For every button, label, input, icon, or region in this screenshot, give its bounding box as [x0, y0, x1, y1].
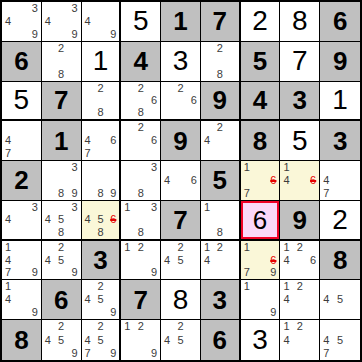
empty-candidate-slot: [45, 321, 56, 334]
given-digit: 3: [213, 287, 227, 313]
given-digit: 3: [333, 128, 347, 154]
empty-candidate-slot: [204, 266, 215, 278]
cell-r5c1[interactable]: 2: [2, 161, 42, 201]
empty-candidate-slot: [45, 162, 56, 174]
empty-candidate-slot: [16, 294, 27, 306]
empty-candidate-slot: [45, 346, 56, 359]
empty-candidate-slot: [5, 122, 16, 134]
candidate-5: 5: [56, 214, 67, 226]
sudoku-board: 3493494951728662814328579572826826943147…: [0, 0, 362, 362]
empty-candidate-slot: [5, 226, 16, 238]
given-digit: 5: [213, 167, 227, 193]
empty-candidate-slot: [135, 174, 146, 186]
candidate-4: 4: [323, 174, 334, 186]
cell-r3c1[interactable]: 5: [2, 82, 42, 122]
candidate-7: 7: [85, 346, 96, 359]
cell-r2c5[interactable]: 3: [161, 42, 201, 82]
empty-candidate-slot: [334, 346, 345, 359]
empty-candidate-slot: [305, 187, 316, 199]
empty-candidate-slot: [244, 294, 255, 306]
cell-r4c9[interactable]: 3: [320, 121, 360, 161]
cell-r2c1[interactable]: 6: [2, 42, 42, 82]
candidate-grid: 18: [201, 201, 239, 239]
cell-r7c4[interactable]: 129: [121, 241, 161, 281]
empty-candidate-slot: [16, 3, 27, 15]
cell-r4c4[interactable]: 26: [121, 121, 161, 161]
empty-candidate-slot: [85, 174, 96, 186]
empty-candidate-slot: [164, 346, 175, 359]
candidate-8: 8: [135, 106, 146, 118]
empty-candidate-slot: [305, 346, 316, 359]
cell-r1c9[interactable]: 6: [320, 2, 360, 42]
empty-candidate-slot: [16, 122, 27, 134]
cell-r1c6[interactable]: 7: [201, 2, 241, 42]
cell-r3c3[interactable]: 28: [82, 82, 122, 122]
empty-candidate-slot: [124, 83, 135, 95]
empty-candidate-slot: [175, 266, 186, 278]
empty-candidate-slot: [186, 321, 197, 334]
solved-digit: 2: [332, 206, 348, 234]
candidate-9: 9: [67, 266, 78, 278]
empty-candidate-slot: [186, 254, 197, 266]
empty-candidate-slot: [146, 214, 157, 226]
empty-candidate-slot: [27, 15, 38, 27]
empty-candidate-slot: [164, 162, 175, 174]
empty-candidate-slot: [255, 187, 266, 199]
empty-candidate-slot: [56, 162, 67, 174]
candidate-grid: 24: [201, 121, 239, 160]
empty-candidate-slot: [16, 254, 27, 266]
cell-r8c3[interactable]: 2459: [82, 280, 122, 320]
empty-candidate-slot: [175, 187, 186, 199]
candidate-9: 9: [67, 187, 78, 199]
candidate-8: 8: [56, 67, 67, 79]
cell-r4c5[interactable]: 9: [161, 121, 201, 161]
candidate-4: 4: [5, 135, 16, 147]
empty-candidate-slot: [334, 281, 345, 293]
given-digit: 9: [293, 207, 307, 233]
candidate-1: 1: [204, 202, 215, 214]
empty-candidate-slot: [56, 202, 67, 214]
candidate-grid: 28: [201, 42, 239, 81]
cell-r9c4[interactable]: 129: [121, 320, 161, 360]
candidate-grid: 124: [280, 280, 319, 319]
cell-r3c9[interactable]: 1: [320, 82, 360, 122]
candidate-9: 9: [146, 346, 157, 359]
cell-r4c2[interactable]: 1: [42, 121, 82, 161]
empty-candidate-slot: [56, 3, 67, 15]
candidate-grid: 268: [121, 82, 160, 120]
cell-r1c5[interactable]: 1: [161, 2, 201, 42]
empty-candidate-slot: [124, 162, 135, 174]
empty-candidate-slot: [294, 266, 305, 278]
empty-candidate-slot: [305, 281, 316, 293]
cell-r2c6[interactable]: 28: [201, 42, 241, 82]
empty-candidate-slot: [346, 346, 357, 359]
empty-candidate-slot: [294, 294, 305, 306]
empty-candidate-slot: [95, 174, 106, 186]
candidate-2: 2: [175, 83, 186, 95]
candidate-8: 8: [95, 187, 106, 199]
empty-candidate-slot: [106, 334, 117, 347]
candidate-8: 8: [214, 67, 225, 79]
empty-candidate-slot: [204, 214, 215, 226]
cell-r9c8[interactable]: 124: [280, 320, 320, 360]
empty-candidate-slot: [27, 147, 38, 159]
cell-r7c6[interactable]: 124: [201, 241, 241, 281]
empty-candidate-slot: [346, 321, 357, 334]
empty-candidate-slot: [85, 306, 96, 318]
candidate-5: 5: [95, 214, 106, 226]
cell-r6c3[interactable]: 4568: [82, 201, 122, 241]
solved-digit: 5: [292, 127, 308, 155]
candidate-4: 4: [85, 334, 96, 347]
empty-candidate-slot: [294, 334, 305, 347]
cell-r5c3[interactable]: 89: [82, 161, 122, 201]
candidate-9: 9: [106, 187, 117, 199]
cell-r8c2[interactable]: 6: [42, 280, 82, 320]
candidate-grid: 28: [82, 82, 120, 120]
empty-candidate-slot: [204, 67, 215, 79]
cell-r7c3[interactable]: 3: [82, 241, 122, 281]
empty-candidate-slot: [95, 306, 106, 318]
empty-candidate-slot: [294, 187, 305, 199]
cell-r9c6[interactable]: 6: [201, 320, 241, 360]
cell-r4c7[interactable]: 8: [241, 121, 281, 161]
cell-r7c2[interactable]: 2459: [42, 241, 82, 281]
cell-r5c4[interactable]: 38: [121, 161, 161, 201]
empty-candidate-slot: [27, 242, 38, 254]
empty-candidate-slot: [67, 214, 78, 226]
candidate-4: 4: [85, 214, 96, 226]
given-digit: 7: [173, 207, 187, 233]
candidate-grid: 167: [241, 161, 280, 200]
candidate-5: 5: [334, 334, 345, 347]
empty-candidate-slot: [305, 294, 316, 306]
empty-candidate-slot: [85, 162, 96, 174]
empty-candidate-slot: [27, 226, 38, 238]
cell-r8c8[interactable]: 124: [280, 280, 320, 320]
empty-candidate-slot: [124, 226, 135, 238]
candidate-4: 4: [164, 334, 175, 347]
cell-r9c3[interactable]: 24579: [82, 320, 122, 360]
candidate-4: 4: [5, 254, 16, 266]
candidate-1: 1: [283, 162, 294, 174]
candidate-9: 9: [106, 28, 117, 40]
cell-r6c4[interactable]: 138: [121, 201, 161, 241]
candidate-grid: 138: [121, 201, 160, 239]
empty-candidate-slot: [283, 306, 294, 318]
cell-r1c1[interactable]: 349: [2, 2, 42, 42]
candidate-5: 5: [334, 294, 345, 306]
empty-candidate-slot: [186, 106, 197, 118]
candidate-grid: 49: [82, 2, 120, 41]
candidate-2: 2: [214, 242, 225, 254]
cell-r3c6[interactable]: 9: [201, 82, 241, 122]
empty-candidate-slot: [85, 202, 96, 214]
cell-r1c4[interactable]: 5: [121, 2, 161, 42]
empty-candidate-slot: [56, 28, 67, 40]
eliminated-candidate-6: 6: [266, 254, 277, 266]
empty-candidate-slot: [255, 281, 266, 293]
candidate-4: 4: [5, 214, 16, 226]
given-digit: 7: [133, 287, 147, 313]
cell-r4c6[interactable]: 24: [201, 121, 241, 161]
cell-r2c2[interactable]: 28: [42, 42, 82, 82]
empty-candidate-slot: [146, 254, 157, 266]
eliminated-candidate-6: 6: [266, 174, 277, 186]
candidate-grid: 1679: [241, 241, 280, 280]
empty-candidate-slot: [45, 187, 56, 199]
empty-candidate-slot: [67, 15, 78, 27]
empty-candidate-slot: [45, 242, 56, 254]
cell-r6c6[interactable]: 18: [201, 201, 241, 241]
cell-r7c1[interactable]: 1479: [2, 241, 42, 281]
empty-candidate-slot: [106, 321, 117, 334]
empty-candidate-slot: [323, 162, 334, 174]
candidate-1: 1: [124, 242, 135, 254]
empty-candidate-slot: [204, 226, 215, 238]
empty-candidate-slot: [305, 334, 316, 347]
empty-candidate-slot: [214, 266, 225, 278]
empty-candidate-slot: [244, 254, 255, 266]
candidate-2: 2: [135, 122, 146, 134]
empty-candidate-slot: [146, 242, 157, 254]
candidate-9: 9: [106, 346, 117, 359]
empty-candidate-slot: [186, 162, 197, 174]
cell-r9c1[interactable]: 8: [2, 320, 42, 360]
cell-r2c4[interactable]: 4: [121, 42, 161, 82]
cell-r7c9[interactable]: 8: [320, 241, 360, 281]
empty-candidate-slot: [346, 306, 357, 318]
empty-candidate-slot: [294, 162, 305, 174]
empty-candidate-slot: [5, 28, 16, 40]
candidate-3: 3: [146, 202, 157, 214]
empty-candidate-slot: [56, 266, 67, 278]
empty-candidate-slot: [266, 281, 277, 293]
given-digit: 5: [253, 48, 267, 74]
empty-candidate-slot: [106, 83, 117, 95]
empty-candidate-slot: [135, 147, 146, 159]
cell-r8c6[interactable]: 3: [201, 280, 241, 320]
candidate-5: 5: [175, 254, 186, 266]
candidate-8: 8: [56, 187, 67, 199]
solved-digit: 1: [93, 47, 109, 75]
empty-candidate-slot: [45, 174, 56, 186]
candidate-4: 4: [323, 334, 334, 347]
cell-r6c5[interactable]: 7: [161, 201, 201, 241]
candidate-grid: 149: [2, 280, 41, 319]
cell-r4c1[interactable]: 47: [2, 121, 42, 161]
cell-r9c9[interactable]: 457: [320, 320, 360, 360]
empty-candidate-slot: [67, 242, 78, 254]
cell-r7c5[interactable]: 245: [161, 241, 201, 281]
empty-candidate-slot: [225, 43, 236, 55]
cell-r7c8[interactable]: 1246: [280, 241, 320, 281]
candidate-9: 9: [266, 266, 277, 278]
cell-r6c2[interactable]: 3458: [42, 201, 82, 241]
empty-candidate-slot: [106, 106, 117, 118]
cell-r5c5[interactable]: 46: [161, 161, 201, 201]
cell-r1c7[interactable]: 2: [241, 2, 281, 42]
empty-candidate-slot: [266, 187, 277, 199]
empty-candidate-slot: [334, 162, 345, 174]
empty-candidate-slot: [225, 122, 236, 134]
empty-candidate-slot: [106, 94, 117, 106]
empty-candidate-slot: [67, 321, 78, 334]
empty-candidate-slot: [346, 187, 357, 199]
cell-r1c3[interactable]: 49: [82, 2, 122, 42]
empty-candidate-slot: [45, 226, 56, 238]
empty-candidate-slot: [294, 254, 305, 266]
candidate-2: 2: [95, 321, 106, 334]
cell-r3c5[interactable]: 26: [161, 82, 201, 122]
candidate-7: 7: [244, 187, 255, 199]
solved-digit: 8: [292, 7, 308, 35]
candidate-grid: 129: [121, 241, 160, 280]
candidate-8: 8: [214, 226, 225, 238]
candidate-3: 3: [146, 162, 157, 174]
cell-r5c7[interactable]: 167: [241, 161, 281, 201]
empty-candidate-slot: [255, 254, 266, 266]
empty-candidate-slot: [186, 187, 197, 199]
candidate-3: 3: [27, 202, 38, 214]
empty-candidate-slot: [67, 55, 78, 67]
empty-candidate-slot: [85, 122, 96, 134]
empty-candidate-slot: [27, 214, 38, 226]
empty-candidate-slot: [27, 122, 38, 134]
empty-candidate-slot: [164, 83, 175, 95]
cell-r6c9[interactable]: 2: [320, 201, 360, 241]
empty-candidate-slot: [305, 162, 316, 174]
empty-candidate-slot: [225, 55, 236, 67]
empty-candidate-slot: [135, 266, 146, 278]
empty-candidate-slot: [294, 306, 305, 318]
empty-candidate-slot: [146, 334, 157, 347]
empty-candidate-slot: [16, 242, 27, 254]
empty-candidate-slot: [214, 135, 225, 147]
candidate-1: 1: [204, 242, 215, 254]
cell-r3c8[interactable]: 3: [280, 82, 320, 122]
cell-r4c3[interactable]: 467: [82, 121, 122, 161]
empty-candidate-slot: [5, 3, 16, 15]
empty-candidate-slot: [186, 242, 197, 254]
empty-candidate-slot: [146, 226, 157, 238]
empty-candidate-slot: [124, 346, 135, 359]
candidate-2: 2: [95, 83, 106, 95]
cell-r3c4[interactable]: 268: [121, 82, 161, 122]
given-digit: 4: [253, 87, 267, 113]
empty-candidate-slot: [135, 254, 146, 266]
empty-candidate-slot: [95, 346, 106, 359]
empty-candidate-slot: [186, 266, 197, 278]
given-digit: 2: [14, 167, 28, 193]
cell-r4c8[interactable]: 5: [280, 121, 320, 161]
cell-r5c9[interactable]: 47: [320, 161, 360, 201]
cell-r2c9[interactable]: 9: [320, 42, 360, 82]
empty-candidate-slot: [16, 15, 27, 27]
cell-r3c7[interactable]: 4: [241, 82, 281, 122]
empty-candidate-slot: [85, 106, 96, 118]
solved-digit: 1: [332, 86, 348, 114]
empty-candidate-slot: [334, 174, 345, 186]
candidate-grid: 245: [161, 241, 200, 280]
candidate-1: 1: [5, 242, 16, 254]
empty-candidate-slot: [45, 43, 56, 55]
empty-candidate-slot: [346, 162, 357, 174]
cell-r5c8[interactable]: 146: [280, 161, 320, 201]
empty-candidate-slot: [95, 3, 106, 15]
cell-r2c3[interactable]: 1: [82, 42, 122, 82]
given-digit: 4: [133, 48, 147, 74]
solved-digit: 2: [252, 7, 268, 35]
cell-r1c2[interactable]: 349: [42, 2, 82, 42]
empty-candidate-slot: [85, 281, 96, 293]
cell-r8c4[interactable]: 7: [121, 280, 161, 320]
empty-candidate-slot: [16, 281, 27, 293]
empty-candidate-slot: [56, 15, 67, 27]
empty-candidate-slot: [16, 266, 27, 278]
cell-r1c8[interactable]: 8: [280, 2, 320, 42]
candidate-2: 2: [56, 321, 67, 334]
empty-candidate-slot: [135, 94, 146, 106]
cell-r8c9[interactable]: 45: [320, 280, 360, 320]
empty-candidate-slot: [266, 294, 277, 306]
candidate-grid: 89: [82, 161, 120, 200]
candidate-2: 2: [175, 321, 186, 334]
candidate-4: 4: [164, 174, 175, 186]
empty-candidate-slot: [146, 147, 157, 159]
candidate-2: 2: [135, 321, 146, 334]
cell-r6c1[interactable]: 34: [2, 201, 42, 241]
candidate-2: 2: [294, 242, 305, 254]
empty-candidate-slot: [305, 306, 316, 318]
cell-r6c7[interactable]: 6: [241, 201, 281, 241]
empty-candidate-slot: [135, 346, 146, 359]
candidate-grid: 245: [161, 320, 200, 360]
cell-r5c2[interactable]: 389: [42, 161, 82, 201]
given-digit: 7: [54, 87, 68, 113]
empty-candidate-slot: [283, 187, 294, 199]
cell-r9c7[interactable]: 3: [241, 320, 281, 360]
candidate-grid: 19: [241, 280, 280, 319]
empty-candidate-slot: [124, 266, 135, 278]
candidate-grid: 46: [161, 161, 200, 200]
cell-r8c5[interactable]: 8: [161, 280, 201, 320]
empty-candidate-slot: [85, 3, 96, 15]
cell-r8c7[interactable]: 19: [241, 280, 281, 320]
empty-candidate-slot: [305, 321, 316, 334]
empty-candidate-slot: [164, 94, 175, 106]
cell-r8c1[interactable]: 149: [2, 280, 42, 320]
empty-candidate-slot: [106, 226, 117, 238]
candidate-grid: 26: [161, 82, 200, 120]
empty-candidate-slot: [106, 122, 117, 134]
cell-r5c6[interactable]: 5: [201, 161, 241, 201]
candidate-5: 5: [56, 334, 67, 347]
cell-r7c7[interactable]: 1679: [241, 241, 281, 281]
candidate-6: 6: [305, 254, 316, 266]
cell-r9c5[interactable]: 245: [161, 320, 201, 360]
cell-r2c8[interactable]: 7: [280, 42, 320, 82]
cell-r9c2[interactable]: 2459: [42, 320, 82, 360]
cell-r2c7[interactable]: 5: [241, 42, 281, 82]
empty-candidate-slot: [283, 346, 294, 359]
empty-candidate-slot: [204, 43, 215, 55]
cell-r3c2[interactable]: 7: [42, 82, 82, 122]
given-digit: 8: [253, 128, 267, 154]
cell-r6c8[interactable]: 9: [280, 201, 320, 241]
